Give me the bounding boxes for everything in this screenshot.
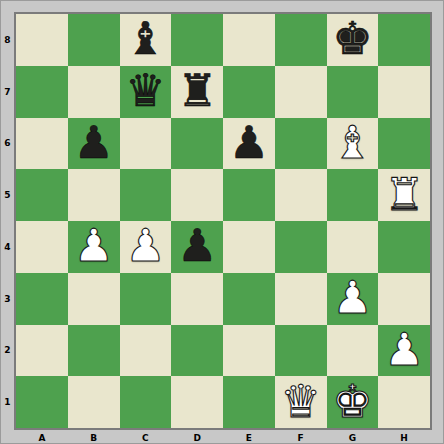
- rank-label-2: 2: [1, 325, 14, 377]
- square-b3[interactable]: [68, 273, 120, 325]
- square-b4[interactable]: ♟: [68, 221, 120, 273]
- piece-white-pawn-g3[interactable]: ♟: [332, 275, 372, 320]
- square-d7[interactable]: ♜: [171, 66, 223, 118]
- square-d3[interactable]: [171, 273, 223, 325]
- square-c2[interactable]: [120, 325, 172, 377]
- square-a5[interactable]: [16, 169, 68, 221]
- piece-black-pawn-d4[interactable]: ♟: [177, 223, 217, 268]
- piece-white-pawn-c4[interactable]: ♟: [125, 223, 165, 268]
- square-c4[interactable]: ♟: [120, 221, 172, 273]
- square-h7[interactable]: [378, 66, 430, 118]
- rank-label-7: 7: [1, 66, 14, 118]
- square-a4[interactable]: [16, 221, 68, 273]
- square-e8[interactable]: [223, 14, 275, 66]
- piece-white-pawn-h2[interactable]: ♟: [384, 327, 424, 372]
- piece-white-bishop-g6[interactable]: ♝: [332, 120, 372, 165]
- square-f7[interactable]: [275, 66, 327, 118]
- square-c6[interactable]: [120, 118, 172, 170]
- piece-black-queen-c7[interactable]: ♛: [125, 68, 165, 113]
- square-c5[interactable]: [120, 169, 172, 221]
- square-f6[interactable]: [275, 118, 327, 170]
- square-e2[interactable]: [223, 325, 275, 377]
- square-c7[interactable]: ♛: [120, 66, 172, 118]
- square-h3[interactable]: [378, 273, 430, 325]
- square-g5[interactable]: [327, 169, 379, 221]
- rank-label-8: 8: [1, 14, 14, 66]
- file-label-a: A: [16, 431, 68, 444]
- file-label-h: H: [378, 431, 430, 444]
- square-b7[interactable]: [68, 66, 120, 118]
- square-d4[interactable]: ♟: [171, 221, 223, 273]
- rank-label-1: 1: [1, 376, 14, 428]
- square-c8[interactable]: ♝: [120, 14, 172, 66]
- piece-white-rook-h5[interactable]: ♜: [384, 172, 424, 217]
- square-e3[interactable]: [223, 273, 275, 325]
- square-a1[interactable]: [16, 376, 68, 428]
- square-h1[interactable]: [378, 376, 430, 428]
- square-a7[interactable]: [16, 66, 68, 118]
- square-a3[interactable]: [16, 273, 68, 325]
- chess-board: ♝♚♛♜♟♟♝♜♟♟♟♟♟♛♚: [14, 12, 432, 430]
- square-c3[interactable]: [120, 273, 172, 325]
- square-e7[interactable]: [223, 66, 275, 118]
- file-label-c: C: [120, 431, 172, 444]
- rank-label-5: 5: [1, 169, 14, 221]
- square-h6[interactable]: [378, 118, 430, 170]
- square-a2[interactable]: [16, 325, 68, 377]
- piece-white-pawn-b4[interactable]: ♟: [73, 223, 113, 268]
- file-label-g: G: [327, 431, 379, 444]
- square-g4[interactable]: [327, 221, 379, 273]
- square-g7[interactable]: [327, 66, 379, 118]
- square-f8[interactable]: [275, 14, 327, 66]
- square-g6[interactable]: ♝: [327, 118, 379, 170]
- square-e5[interactable]: [223, 169, 275, 221]
- square-d5[interactable]: [171, 169, 223, 221]
- square-g1[interactable]: ♚: [327, 376, 379, 428]
- square-e6[interactable]: ♟: [223, 118, 275, 170]
- square-g3[interactable]: ♟: [327, 273, 379, 325]
- square-d2[interactable]: [171, 325, 223, 377]
- file-label-f: F: [275, 431, 327, 444]
- square-g8[interactable]: ♚: [327, 14, 379, 66]
- file-label-d: D: [171, 431, 223, 444]
- square-a8[interactable]: [16, 14, 68, 66]
- square-b5[interactable]: [68, 169, 120, 221]
- file-labels: ABCDEFGH: [16, 431, 430, 444]
- rank-label-3: 3: [1, 273, 14, 325]
- square-f2[interactable]: [275, 325, 327, 377]
- square-f4[interactable]: [275, 221, 327, 273]
- piece-black-king-g8[interactable]: ♚: [332, 16, 372, 61]
- square-d6[interactable]: [171, 118, 223, 170]
- square-f3[interactable]: [275, 273, 327, 325]
- square-f1[interactable]: ♛: [275, 376, 327, 428]
- rank-label-6: 6: [1, 118, 14, 170]
- square-h5[interactable]: ♜: [378, 169, 430, 221]
- square-c1[interactable]: [120, 376, 172, 428]
- piece-white-queen-f1[interactable]: ♛: [280, 379, 320, 424]
- square-a6[interactable]: [16, 118, 68, 170]
- square-f5[interactable]: [275, 169, 327, 221]
- piece-black-bishop-c8[interactable]: ♝: [125, 16, 165, 61]
- rank-labels: 87654321: [1, 14, 14, 428]
- piece-black-pawn-b6[interactable]: ♟: [73, 120, 113, 165]
- square-h2[interactable]: ♟: [378, 325, 430, 377]
- square-h4[interactable]: [378, 221, 430, 273]
- square-b6[interactable]: ♟: [68, 118, 120, 170]
- square-e4[interactable]: [223, 221, 275, 273]
- square-e1[interactable]: [223, 376, 275, 428]
- rank-label-4: 4: [1, 221, 14, 273]
- square-d8[interactable]: [171, 14, 223, 66]
- file-label-b: B: [68, 431, 120, 444]
- piece-white-king-g1[interactable]: ♚: [332, 379, 372, 424]
- chess-board-window: ♝♚♛♜♟♟♝♜♟♟♟♟♟♛♚ 87654321 ABCDEFGH: [0, 0, 444, 444]
- piece-black-pawn-e6[interactable]: ♟: [229, 120, 269, 165]
- square-b1[interactable]: [68, 376, 120, 428]
- piece-black-rook-d7[interactable]: ♜: [177, 68, 217, 113]
- square-h8[interactable]: [378, 14, 430, 66]
- square-b8[interactable]: [68, 14, 120, 66]
- file-label-e: E: [223, 431, 275, 444]
- square-b2[interactable]: [68, 325, 120, 377]
- square-d1[interactable]: [171, 376, 223, 428]
- square-g2[interactable]: [327, 325, 379, 377]
